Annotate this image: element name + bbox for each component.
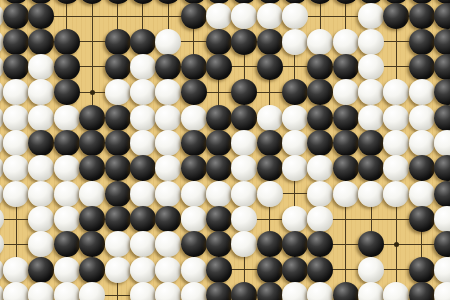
stone-black[interactable] xyxy=(434,29,450,55)
stone-black[interactable] xyxy=(130,206,156,232)
go-board[interactable] xyxy=(0,0,450,300)
stone-black[interactable] xyxy=(181,231,207,257)
stone-black[interactable] xyxy=(409,3,435,29)
stone-white[interactable] xyxy=(28,105,54,131)
stone-black[interactable] xyxy=(231,79,257,105)
stone-white[interactable] xyxy=(54,181,80,207)
stone-white[interactable] xyxy=(130,231,156,257)
stone-white[interactable] xyxy=(79,181,105,207)
stone-white[interactable] xyxy=(358,29,384,55)
stone-black[interactable] xyxy=(79,206,105,232)
stone-black[interactable] xyxy=(3,29,29,55)
stone-white[interactable] xyxy=(28,155,54,181)
stone-white[interactable] xyxy=(130,282,156,300)
stone-white[interactable] xyxy=(383,79,409,105)
stone-white[interactable] xyxy=(181,282,207,300)
stone-black[interactable] xyxy=(79,231,105,257)
stone-white[interactable] xyxy=(54,257,80,283)
stone-black[interactable] xyxy=(257,231,283,257)
stone-white[interactable] xyxy=(155,29,181,55)
stone-white[interactable] xyxy=(155,181,181,207)
stone-white[interactable] xyxy=(333,181,359,207)
stone-white[interactable] xyxy=(231,231,257,257)
stone-white[interactable] xyxy=(358,257,384,283)
stone-white[interactable] xyxy=(282,130,308,156)
stone-white[interactable] xyxy=(307,181,333,207)
stone-white[interactable] xyxy=(130,181,156,207)
stone-black[interactable] xyxy=(155,0,181,4)
stone-white[interactable] xyxy=(3,282,29,300)
stone-white[interactable] xyxy=(3,79,29,105)
stone-black[interactable] xyxy=(282,257,308,283)
stone-white[interactable] xyxy=(358,105,384,131)
stone-black[interactable] xyxy=(28,29,54,55)
stone-black[interactable] xyxy=(257,54,283,80)
stone-white[interactable] xyxy=(307,206,333,232)
stone-white[interactable] xyxy=(358,54,384,80)
stone-black[interactable] xyxy=(54,54,80,80)
stone-black[interactable] xyxy=(307,0,333,4)
stone-black[interactable] xyxy=(105,29,131,55)
stone-black[interactable] xyxy=(54,0,80,4)
stone-white[interactable] xyxy=(206,181,232,207)
stone-black[interactable] xyxy=(307,105,333,131)
stone-black[interactable] xyxy=(307,257,333,283)
stone-black[interactable] xyxy=(79,130,105,156)
stone-white[interactable] xyxy=(155,282,181,300)
stone-black[interactable] xyxy=(307,54,333,80)
stone-white[interactable] xyxy=(383,105,409,131)
stone-black[interactable] xyxy=(181,79,207,105)
stone-black[interactable] xyxy=(409,155,435,181)
stone-white[interactable] xyxy=(257,181,283,207)
stone-white[interactable] xyxy=(282,282,308,300)
stone-black[interactable] xyxy=(257,29,283,55)
stone-white[interactable] xyxy=(0,231,4,257)
stone-white[interactable] xyxy=(130,54,156,80)
stone-white[interactable] xyxy=(28,231,54,257)
stone-black[interactable] xyxy=(257,130,283,156)
stone-white[interactable] xyxy=(231,206,257,232)
stone-white[interactable] xyxy=(3,155,29,181)
stone-white[interactable] xyxy=(181,257,207,283)
stone-white[interactable] xyxy=(231,181,257,207)
stone-black[interactable] xyxy=(28,257,54,283)
stone-black[interactable] xyxy=(307,231,333,257)
stone-black[interactable] xyxy=(333,105,359,131)
stone-black[interactable] xyxy=(105,105,131,131)
stone-white[interactable] xyxy=(105,79,131,105)
stone-black[interactable] xyxy=(105,130,131,156)
stone-black[interactable] xyxy=(333,54,359,80)
stone-white[interactable] xyxy=(409,79,435,105)
stone-black[interactable] xyxy=(79,0,105,4)
stone-white[interactable] xyxy=(130,257,156,283)
stone-white[interactable] xyxy=(434,282,450,300)
stone-black[interactable] xyxy=(3,3,29,29)
stone-white[interactable] xyxy=(54,105,80,131)
stone-black[interactable] xyxy=(231,105,257,131)
stone-white[interactable] xyxy=(54,282,80,300)
stone-black[interactable] xyxy=(181,155,207,181)
stone-black[interactable] xyxy=(206,54,232,80)
stone-black[interactable] xyxy=(206,105,232,131)
stone-white[interactable] xyxy=(383,282,409,300)
stone-black[interactable] xyxy=(257,155,283,181)
stone-white[interactable] xyxy=(231,130,257,156)
stone-black[interactable] xyxy=(231,282,257,300)
stone-white[interactable] xyxy=(307,282,333,300)
stone-black[interactable] xyxy=(54,29,80,55)
stone-black[interactable] xyxy=(434,181,450,207)
stone-black[interactable] xyxy=(105,0,131,4)
stone-white[interactable] xyxy=(155,257,181,283)
stone-black[interactable] xyxy=(28,130,54,156)
stone-black[interactable] xyxy=(333,282,359,300)
stone-black[interactable] xyxy=(206,130,232,156)
stone-white[interactable] xyxy=(358,79,384,105)
stone-white[interactable] xyxy=(257,105,283,131)
stone-white[interactable] xyxy=(28,282,54,300)
stone-black[interactable] xyxy=(409,282,435,300)
stone-white[interactable] xyxy=(28,54,54,80)
stone-white[interactable] xyxy=(409,105,435,131)
stone-white[interactable] xyxy=(409,181,435,207)
stone-white[interactable] xyxy=(282,206,308,232)
stone-black[interactable] xyxy=(54,231,80,257)
stone-black[interactable] xyxy=(434,3,450,29)
stone-black[interactable] xyxy=(181,3,207,29)
stone-black[interactable] xyxy=(130,155,156,181)
stone-black[interactable] xyxy=(105,181,131,207)
stone-black[interactable] xyxy=(105,155,131,181)
stone-black[interactable] xyxy=(206,29,232,55)
stone-black[interactable] xyxy=(54,130,80,156)
stone-black[interactable] xyxy=(206,155,232,181)
stone-black[interactable] xyxy=(307,79,333,105)
stone-black[interactable] xyxy=(79,257,105,283)
stone-black[interactable] xyxy=(409,54,435,80)
stone-white[interactable] xyxy=(155,130,181,156)
stone-white[interactable] xyxy=(130,130,156,156)
stone-white[interactable] xyxy=(3,257,29,283)
stone-black[interactable] xyxy=(409,29,435,55)
stone-white[interactable] xyxy=(28,181,54,207)
stone-white[interactable] xyxy=(307,29,333,55)
stone-black[interactable] xyxy=(282,231,308,257)
stone-black[interactable] xyxy=(409,257,435,283)
stone-black[interactable] xyxy=(257,257,283,283)
stone-white[interactable] xyxy=(130,79,156,105)
stone-black[interactable] xyxy=(130,29,156,55)
stone-white[interactable] xyxy=(181,206,207,232)
star-point xyxy=(394,242,399,247)
stone-white[interactable] xyxy=(155,231,181,257)
stone-white[interactable] xyxy=(333,79,359,105)
stone-black[interactable] xyxy=(383,3,409,29)
stone-black[interactable] xyxy=(3,54,29,80)
stone-black[interactable] xyxy=(282,79,308,105)
stone-white[interactable] xyxy=(383,130,409,156)
stone-black[interactable] xyxy=(181,130,207,156)
stone-black[interactable] xyxy=(28,3,54,29)
stone-black[interactable] xyxy=(333,130,359,156)
stone-white[interactable] xyxy=(282,105,308,131)
stone-black[interactable] xyxy=(105,54,131,80)
stone-black[interactable] xyxy=(434,105,450,131)
stone-black[interactable] xyxy=(155,54,181,80)
stone-black[interactable] xyxy=(130,0,156,4)
stone-white[interactable] xyxy=(409,130,435,156)
stone-black[interactable] xyxy=(358,155,384,181)
stone-black[interactable] xyxy=(206,257,232,283)
stone-white[interactable] xyxy=(231,155,257,181)
stone-black[interactable] xyxy=(231,29,257,55)
go-app-viewport xyxy=(0,0,450,300)
stone-white[interactable] xyxy=(54,206,80,232)
stone-black[interactable] xyxy=(358,130,384,156)
stone-white[interactable] xyxy=(181,181,207,207)
stone-black[interactable] xyxy=(434,155,450,181)
stone-white[interactable] xyxy=(358,181,384,207)
stone-black[interactable] xyxy=(206,282,232,300)
stone-white[interactable] xyxy=(434,206,450,232)
stone-black[interactable] xyxy=(79,155,105,181)
stone-black[interactable] xyxy=(434,54,450,80)
stone-black[interactable] xyxy=(206,231,232,257)
stone-black[interactable] xyxy=(181,54,207,80)
stone-black[interactable] xyxy=(79,105,105,131)
stone-white[interactable] xyxy=(3,181,29,207)
stone-black[interactable] xyxy=(105,206,131,232)
stone-white[interactable] xyxy=(28,79,54,105)
stone-black[interactable] xyxy=(434,79,450,105)
stone-white[interactable] xyxy=(333,29,359,55)
stone-black[interactable] xyxy=(358,231,384,257)
stone-white[interactable] xyxy=(383,155,409,181)
stone-black[interactable] xyxy=(206,206,232,232)
stone-white[interactable] xyxy=(54,155,80,181)
stone-white[interactable] xyxy=(130,105,156,131)
stone-white[interactable] xyxy=(282,3,308,29)
stone-white[interactable] xyxy=(383,181,409,207)
stone-white[interactable] xyxy=(257,3,283,29)
stone-white[interactable] xyxy=(206,3,232,29)
stone-white[interactable] xyxy=(79,282,105,300)
star-point xyxy=(90,90,95,95)
stone-white[interactable] xyxy=(105,257,131,283)
stone-white[interactable] xyxy=(155,79,181,105)
stone-white[interactable] xyxy=(434,130,450,156)
stone-white[interactable] xyxy=(358,3,384,29)
stone-white[interactable] xyxy=(307,155,333,181)
stone-black[interactable] xyxy=(434,231,450,257)
stone-white[interactable] xyxy=(434,257,450,283)
stone-white[interactable] xyxy=(155,105,181,131)
stone-white[interactable] xyxy=(0,206,4,232)
stone-white[interactable] xyxy=(282,29,308,55)
stone-black[interactable] xyxy=(409,206,435,232)
stone-black[interactable] xyxy=(155,206,181,232)
stone-white[interactable] xyxy=(28,206,54,232)
stone-white[interactable] xyxy=(155,155,181,181)
stone-black[interactable] xyxy=(307,130,333,156)
stone-black[interactable] xyxy=(54,79,80,105)
stone-white[interactable] xyxy=(105,231,131,257)
stone-white[interactable] xyxy=(3,105,29,131)
stone-black[interactable] xyxy=(257,282,283,300)
stone-white[interactable] xyxy=(231,3,257,29)
stone-white[interactable] xyxy=(3,130,29,156)
stone-white[interactable] xyxy=(282,155,308,181)
stone-white[interactable] xyxy=(181,105,207,131)
stone-white[interactable] xyxy=(358,282,384,300)
stone-black[interactable] xyxy=(333,0,359,4)
stone-black[interactable] xyxy=(333,155,359,181)
